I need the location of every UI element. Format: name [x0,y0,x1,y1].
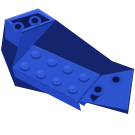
lego-brick-photo [0,0,135,135]
plate-stud [47,57,57,67]
plate-stud [52,76,62,86]
product-image-canvas [0,0,135,135]
plate-stud [79,72,89,82]
plate-stud [63,64,73,74]
left-open-stud-1 [12,22,25,32]
plate-stud [20,61,30,71]
plate-stud [68,84,78,94]
right-open-stud-2 [109,74,123,86]
left-open-stud-2 [29,16,42,26]
plate-stud [31,49,41,59]
plate-stud [36,69,46,79]
right-open-stud-1 [91,84,105,96]
